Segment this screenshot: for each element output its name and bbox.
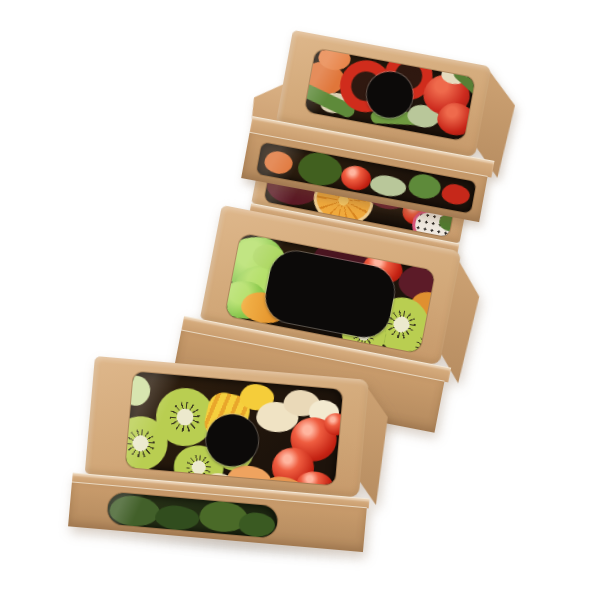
- carrot-chunk: [317, 49, 353, 73]
- melon-chunk: [283, 389, 321, 418]
- orange-segment: [239, 289, 290, 327]
- onion-piece: [440, 64, 469, 86]
- red-pepper-slice: [440, 182, 471, 207]
- cucumber-piece: [406, 102, 441, 129]
- honeydew-melon-ball: [125, 375, 151, 407]
- kiwi-slice: [125, 414, 169, 473]
- lettuce-leaf: [225, 276, 272, 323]
- cherry-tomato: [296, 470, 334, 485]
- product-photo: [0, 0, 600, 600]
- black-circle-sticker: [363, 68, 417, 122]
- green-pepper-piece: [407, 172, 443, 201]
- red-pepper-slice: [435, 100, 475, 138]
- salad-green: [296, 150, 345, 189]
- bottom-box: [80, 356, 369, 550]
- kiwi-slice: [214, 435, 255, 472]
- cantaloupe-chunk: [226, 464, 272, 485]
- pineapple-chunk: [202, 390, 253, 444]
- lettuce-highlight: [251, 242, 287, 272]
- orange-segment: [408, 289, 435, 324]
- kiwi-slice: [154, 386, 217, 449]
- red-pepper-ring: [381, 49, 437, 104]
- onion-piece: [320, 93, 351, 114]
- cherry-tomato: [339, 163, 373, 192]
- pineapple-chunk: [239, 383, 275, 412]
- green-pepper-strip: [304, 81, 356, 119]
- cherry-tomato: [270, 446, 315, 485]
- melon-chunk: [308, 399, 340, 426]
- red-pepper-ring: [336, 56, 397, 117]
- black-circle-sticker: [204, 412, 260, 468]
- top-box-lid-window: [304, 49, 475, 141]
- kiwi-slice: [172, 443, 226, 485]
- cucumber-piece: [369, 173, 408, 199]
- cantaloupe-chunk: [261, 475, 303, 485]
- dark-leafy-green: [154, 504, 200, 532]
- carrot-chunk: [263, 149, 295, 176]
- green-pepper-strip: [371, 110, 438, 126]
- dark-leafy-green: [198, 500, 248, 534]
- red-cabbage-piece: [396, 262, 435, 304]
- melon-chunk: [255, 400, 299, 434]
- cherry-tomato: [289, 415, 339, 463]
- bottom-box-lid-window: [125, 371, 343, 485]
- green-pepper-strip: [451, 66, 475, 98]
- kiwi-slice: [401, 321, 436, 354]
- dark-leafy-green: [108, 494, 160, 528]
- cherry-tomato: [360, 251, 405, 286]
- red-cabbage-piece: [311, 238, 382, 282]
- melon-chunk: [204, 472, 235, 485]
- lettuce-leaf: [231, 259, 297, 317]
- red-pepper-slice: [420, 71, 473, 119]
- kiwi-slice: [370, 293, 433, 354]
- carrot-chunk: [304, 59, 347, 98]
- black-rounded-rectangle-sticker: [261, 247, 398, 342]
- cherry-tomato: [323, 412, 343, 436]
- bottom-box-front-window: [106, 492, 278, 539]
- dark-leafy-green: [238, 511, 276, 538]
- lettuce-leaf: [225, 233, 292, 296]
